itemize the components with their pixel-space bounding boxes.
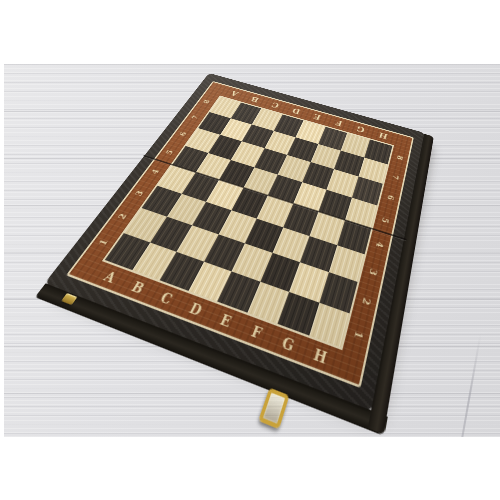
table-surface: ABCDEFGH ABCDEFGH 87654321 87654321 bbox=[4, 64, 500, 437]
rank-label-7: 7 bbox=[381, 166, 409, 187]
table-plank-seam bbox=[448, 333, 481, 437]
chess-board: ABCDEFGH ABCDEFGH 87654321 87654321 bbox=[44, 73, 425, 412]
rank-label-1: 1 bbox=[339, 317, 377, 352]
rank-label-6: 6 bbox=[376, 186, 405, 208]
brass-latch-large bbox=[258, 388, 289, 430]
rank-label-2: 2 bbox=[348, 286, 383, 318]
scene: ABCDEFGH ABCDEFGH 87654321 87654321 bbox=[4, 64, 500, 437]
rank-label-8: 8 bbox=[386, 148, 413, 167]
rank-label-3: 3 bbox=[356, 257, 390, 286]
